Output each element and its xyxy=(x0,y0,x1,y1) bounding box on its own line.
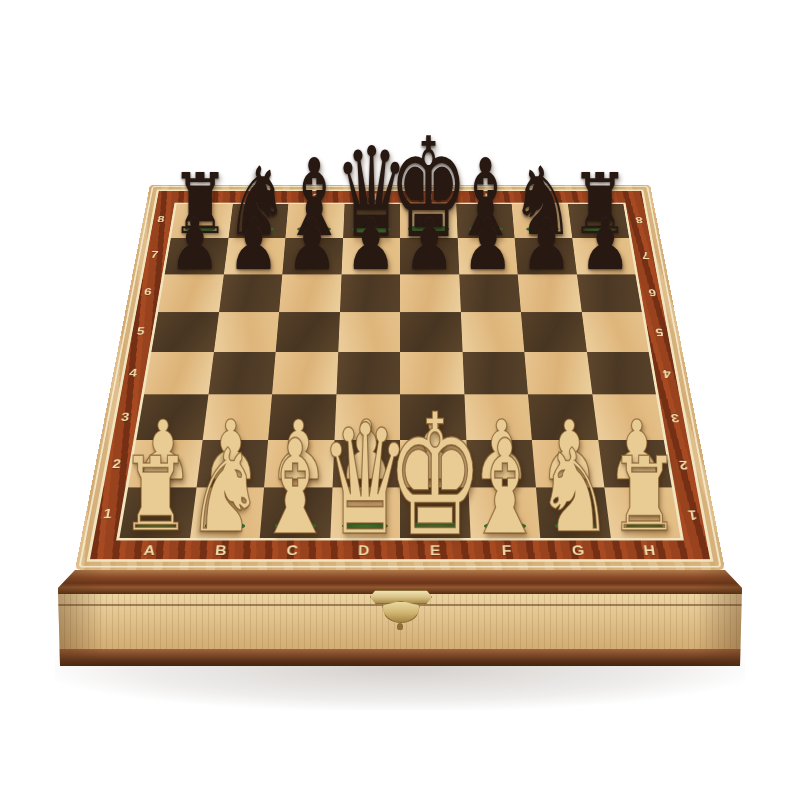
square-g1 xyxy=(536,487,610,538)
box-right-side xyxy=(696,570,742,666)
file-label-h: H xyxy=(613,540,688,561)
square-e7 xyxy=(400,238,459,274)
square-h4 xyxy=(587,352,656,394)
file-label-e: E xyxy=(400,540,472,561)
square-c1 xyxy=(260,487,332,538)
square-b5 xyxy=(213,312,279,352)
square-d5 xyxy=(338,312,400,352)
square-a3 xyxy=(136,395,208,440)
square-h8 xyxy=(568,204,630,238)
square-f3 xyxy=(464,395,532,440)
box-left-side xyxy=(58,570,104,666)
file-label-far-b: B xyxy=(231,190,288,203)
square-e3 xyxy=(400,395,466,440)
file-label-far-d: D xyxy=(344,190,400,203)
square-c5 xyxy=(276,312,340,352)
square-b8 xyxy=(228,204,288,238)
square-h2 xyxy=(598,440,672,488)
file-label-far-e: E xyxy=(400,190,456,203)
square-a4 xyxy=(144,352,213,394)
chess-box-base xyxy=(58,570,742,666)
playing-area xyxy=(116,203,684,541)
square-f6 xyxy=(459,274,521,312)
square-a5 xyxy=(151,312,218,352)
file-label-a: A xyxy=(112,540,187,561)
square-b7 xyxy=(223,238,285,274)
base-molding xyxy=(58,649,742,666)
square-f8 xyxy=(456,204,515,238)
file-label-f: F xyxy=(471,540,544,561)
square-e5 xyxy=(400,312,462,352)
square-e2 xyxy=(400,440,468,488)
square-c2 xyxy=(264,440,334,488)
square-h6 xyxy=(577,274,642,312)
clasp-keyhole xyxy=(397,623,403,630)
square-a8 xyxy=(171,204,233,238)
file-label-b: B xyxy=(184,540,258,561)
square-e4 xyxy=(400,352,464,394)
file-label-d: D xyxy=(328,540,400,561)
square-b3 xyxy=(202,395,272,440)
square-e6 xyxy=(400,274,460,312)
square-a7 xyxy=(165,238,228,274)
square-c6 xyxy=(279,274,341,312)
file-label-c: C xyxy=(256,540,329,561)
file-label-far-g: G xyxy=(512,190,569,203)
file-label-far-a: A xyxy=(175,190,233,203)
square-f5 xyxy=(460,312,524,352)
square-g5 xyxy=(521,312,587,352)
file-labels-bottom: ABCDEFGH xyxy=(112,540,687,561)
square-g7 xyxy=(515,238,577,274)
square-b4 xyxy=(208,352,276,394)
square-h1 xyxy=(604,487,681,538)
square-h3 xyxy=(592,395,664,440)
file-label-far-f: F xyxy=(456,190,513,203)
square-a2 xyxy=(128,440,202,488)
square-a6 xyxy=(158,274,223,312)
square-e8 xyxy=(400,204,457,238)
square-d1 xyxy=(330,487,400,538)
chess-box-photo: ABCDEFGH ABCDEFGH 87654321 87654321 ♜♞♝♛… xyxy=(0,0,800,800)
brass-clasp-icon xyxy=(368,586,432,632)
square-c3 xyxy=(268,395,336,440)
square-g3 xyxy=(528,395,598,440)
chess-board: ABCDEFGH ABCDEFGH 87654321 87654321 xyxy=(75,185,725,570)
file-label-far-h: H xyxy=(567,190,625,203)
file-label-far-c: C xyxy=(287,190,344,203)
square-g8 xyxy=(512,204,572,238)
square-e1 xyxy=(400,487,470,538)
square-f1 xyxy=(468,487,540,538)
square-a1 xyxy=(119,487,196,538)
square-d3 xyxy=(334,395,400,440)
file-label-g: G xyxy=(542,540,616,561)
square-f4 xyxy=(462,352,528,394)
square-c8 xyxy=(285,204,344,238)
square-h5 xyxy=(581,312,648,352)
square-d2 xyxy=(332,440,400,488)
square-g4 xyxy=(524,352,592,394)
square-g2 xyxy=(532,440,604,488)
square-b2 xyxy=(196,440,268,488)
clasp-bottom-plate xyxy=(382,601,420,623)
square-d8 xyxy=(343,204,400,238)
square-h7 xyxy=(572,238,635,274)
square-b6 xyxy=(219,274,283,312)
file-labels-top: ABCDEFGH xyxy=(175,190,626,203)
square-d4 xyxy=(336,352,400,394)
square-c4 xyxy=(272,352,338,394)
square-d7 xyxy=(341,238,400,274)
square-f2 xyxy=(466,440,536,488)
square-c7 xyxy=(282,238,342,274)
square-b1 xyxy=(190,487,264,538)
square-g6 xyxy=(518,274,582,312)
square-f7 xyxy=(457,238,517,274)
square-d6 xyxy=(340,274,400,312)
